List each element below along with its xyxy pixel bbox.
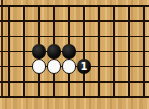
white-stone[interactable] [47,59,62,74]
black-stone[interactable] [62,44,77,59]
grid-vline [83,5,85,98]
grid-vline [23,5,25,98]
board-left-edge-band [1,0,3,98]
grid-vline [8,5,10,98]
go-board[interactable]: 1 [0,0,149,109]
grid-vline [128,5,130,98]
grid-vline [143,5,145,98]
white-stone[interactable] [62,59,77,74]
move-1-stone[interactable]: 1 [77,59,92,74]
black-stone[interactable] [47,44,62,59]
black-stone[interactable] [32,44,47,59]
grid-vline [98,5,100,98]
white-stone[interactable] [32,59,47,74]
move-number-label: 1 [81,61,88,71]
grid-vline [113,5,115,98]
